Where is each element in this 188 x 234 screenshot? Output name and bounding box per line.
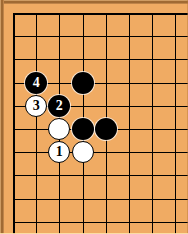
stone-white [72, 141, 94, 163]
stone-move-number: 1 [56, 145, 63, 159]
stone-black [72, 72, 94, 94]
stone-move-number: 2 [56, 98, 63, 112]
board-frame-top [0, 0, 188, 4]
stone-black [72, 118, 94, 140]
stone-black [95, 118, 117, 140]
board-frame-left [0, 0, 4, 234]
stone-move-number: 3 [33, 98, 40, 112]
stones-layer: 4321 [1, 1, 187, 233]
stone-white [48, 118, 70, 140]
image-bottom-edge [0, 233, 188, 234]
image-right-edge [187, 0, 188, 234]
stone-move-number: 4 [33, 75, 40, 89]
stone-white-move-3: 3 [25, 95, 47, 117]
stone-black-move-4: 4 [25, 72, 47, 94]
stone-black-move-2: 2 [48, 95, 70, 117]
go-board: 4321 [0, 0, 188, 234]
stone-white-move-1: 1 [48, 141, 70, 163]
